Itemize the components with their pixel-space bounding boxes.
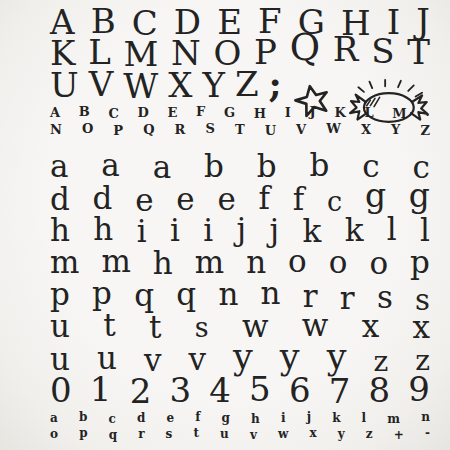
stamp-glyph-5: 5	[249, 374, 271, 405]
stamp-glyph-b: b	[204, 151, 224, 182]
stamp-glyph-N: N	[171, 38, 201, 68]
stamp-glyph-P: P	[254, 37, 277, 67]
stamp-glyph-i: i	[281, 410, 286, 426]
stamp-glyph-a: a	[50, 410, 58, 426]
stamp-glyph-M: M	[392, 105, 406, 122]
stamp-glyph-d: d	[137, 410, 145, 426]
stamp-glyph-U: U	[265, 122, 276, 139]
stamp-glyph-i: i	[203, 215, 213, 246]
stamp-glyph-w: w	[302, 310, 329, 341]
stamp-glyph-b: b	[257, 151, 277, 182]
stamp-glyph-r: r	[138, 426, 144, 442]
stamp-glyph-d: d	[50, 184, 70, 215]
stamp-glyph-f: f	[293, 184, 304, 215]
stamp-glyph-b: b	[79, 409, 87, 425]
stamp-glyph-J: J	[310, 103, 316, 120]
stamp-glyph-y: y	[280, 342, 300, 373]
stamp-glyph-u: u	[220, 426, 229, 442]
stamp-glyph-V: V	[89, 69, 114, 99]
stamp-glyph-A: A	[50, 104, 60, 121]
stamp-glyph-e: e	[166, 410, 174, 426]
stamp-glyph-W: W	[123, 71, 158, 101]
stamp-glyph-s: s	[166, 426, 173, 442]
stamp-glyph-d: d	[93, 183, 113, 214]
stamp-glyph-C: C	[108, 105, 118, 122]
stamp-glyph-S: S	[205, 120, 214, 137]
stamp-row-lower-small-1: abcdefghijklmn	[50, 410, 430, 426]
stamp-glyph-q: q	[109, 427, 117, 443]
stamp-glyph-e: e	[217, 184, 235, 215]
stamp-glyph-I: I	[285, 104, 291, 121]
stamp-glyph-j: j	[269, 215, 279, 246]
stamp-glyph-Q: Q	[143, 121, 154, 138]
stamp-glyph-n: n	[246, 247, 266, 278]
stamp-glyph-Z: Z	[420, 122, 430, 139]
stamp-glyph-X: X	[168, 70, 192, 100]
stamp-glyph-o: o	[329, 247, 348, 278]
stamp-glyph-D: D	[138, 104, 149, 121]
stamp-glyph-9: 9	[408, 374, 430, 405]
stamp-glyph-n: n	[218, 279, 238, 310]
stamp-glyph-W: W	[326, 120, 341, 137]
stamp-glyph-P: P	[113, 122, 123, 139]
stamp-glyph-p: p	[92, 278, 112, 309]
stamp-glyph-N: N	[50, 121, 62, 138]
stamp-glyph-l: l	[387, 214, 397, 245]
stamp-glyph-s: s	[377, 282, 393, 313]
stamp-glyph-f: f	[195, 409, 200, 425]
stamp-glyph-u: u	[50, 311, 70, 342]
stamp-glyph-6: 6	[289, 375, 311, 406]
stamp-glyph-e: e	[176, 184, 194, 215]
stamp-glyph-m: m	[387, 411, 400, 427]
stamp-glyph-m: m	[50, 247, 79, 278]
stamp-glyph-p: p	[50, 279, 70, 310]
stamp-glyph-1: 1	[90, 374, 112, 405]
stamp-glyph-j: j	[237, 214, 247, 245]
stamp-glyph-Y: Y	[202, 70, 224, 100]
stamp-glyph-E: E	[167, 104, 177, 121]
stamp-glyph-v: v	[189, 344, 207, 375]
stamp-glyph-a: a	[101, 150, 119, 181]
candy-icon-svg	[344, 78, 430, 126]
stamp-glyph-g: g	[222, 410, 230, 426]
stamp-glyph-;: ;	[269, 69, 282, 99]
stamp-glyph-U: U	[50, 70, 79, 100]
stamp-glyph-q: q	[176, 279, 196, 310]
stamp-glyph-+: +	[394, 427, 404, 443]
stamp-glyph-4: 4	[209, 375, 231, 406]
stamp-glyph-t: t	[193, 425, 199, 441]
stamp-glyph-G: G	[224, 104, 235, 121]
stamp-glyph-p: p	[410, 247, 430, 278]
stamp-glyph-Z: Z	[235, 69, 259, 99]
stamp-sheet: ABCDEFGHIJKLMNOPQRSTUVWXYZ; ABCDEFGHIJKL…	[0, 0, 450, 450]
stamp-glyph-x: x	[412, 312, 429, 343]
stamp-glyph-e: e	[135, 185, 153, 216]
stamp-glyph-g: g	[365, 180, 386, 211]
stamp-glyph-j: j	[307, 409, 311, 425]
stamp-glyph-z: z	[373, 346, 388, 377]
candy-icon	[344, 18, 430, 156]
stamp-glyph-n: n	[421, 409, 430, 425]
stamp-glyph-l: l	[362, 410, 367, 426]
stamp-glyph-o: o	[50, 426, 58, 442]
stamp-glyph-2: 2	[130, 376, 152, 407]
stamp-glyph-h: h	[50, 215, 70, 246]
stamp-glyph-h: h	[251, 411, 260, 427]
stamp-glyph-R: R	[175, 121, 186, 138]
stamp-glyph-z: z	[366, 426, 373, 442]
stamp-glyph-K: K	[50, 38, 75, 68]
stamp-glyph-o: o	[369, 248, 388, 279]
stamp-glyph-m: m	[101, 246, 130, 277]
stamp-glyph-c: c	[108, 411, 115, 427]
stamp-glyph-3: 3	[169, 375, 191, 406]
stamp-glyph-i: i	[137, 216, 147, 247]
stamp-glyph-q: q	[134, 280, 154, 311]
stamp-glyph-s: s	[195, 312, 209, 343]
stamp-row-lower-small-2: opqrstuvwxyz+-	[50, 426, 430, 442]
stamp-glyph-8: 8	[369, 375, 391, 406]
stamp-glyph-x: x	[362, 311, 379, 342]
stamp-glyph-l: l	[420, 215, 430, 246]
stamp-glyph-0: 0	[50, 375, 72, 406]
stamp-glyph-O: O	[82, 120, 93, 137]
stamp-glyph-o: o	[288, 246, 307, 277]
stamp-glyph--: -	[425, 425, 430, 441]
stamp-glyph-c: c	[327, 186, 342, 217]
stamp-glyph-p: p	[79, 425, 87, 441]
stamp-row-digits: 0123456789	[50, 375, 430, 407]
stamp-glyph-r: r	[340, 283, 355, 314]
stamp-glyph-a: a	[153, 152, 171, 183]
stamp-glyph-a: a	[50, 151, 68, 182]
stamp-glyph-T: T	[235, 121, 245, 138]
stamp-glyph-x: x	[309, 425, 316, 441]
stamp-glyph-y: y	[338, 426, 345, 442]
stamp-glyph-n: n	[261, 278, 281, 309]
stamp-glyph-L: L	[88, 37, 111, 67]
stamp-glyph-B: B	[79, 103, 90, 120]
stamp-glyph-g: g	[409, 180, 430, 211]
stamp-row-caps-3: UVWXYZ;	[50, 69, 430, 100]
stamp-glyph-t: t	[103, 310, 115, 341]
stamp-glyph-k: k	[345, 215, 364, 246]
stamp-glyph-f: f	[259, 183, 270, 214]
stamp-glyph-k: k	[332, 410, 340, 426]
stamp-glyph-F: F	[196, 103, 205, 120]
stamp-glyph-h: h	[93, 214, 113, 245]
stamp-glyph-b: b	[310, 150, 330, 181]
stamp-glyph-.: .	[425, 103, 430, 120]
stamp-glyph-H: H	[254, 105, 266, 122]
stamp-glyph-i: i	[170, 215, 180, 246]
stamp-glyph-h: h	[153, 248, 173, 279]
stamp-glyph-v: v	[250, 427, 257, 443]
stamp-glyph-7: 7	[329, 376, 351, 407]
stamp-glyph-t: t	[149, 312, 161, 343]
stamp-glyph-w: w	[278, 426, 288, 442]
stamp-glyph-y: y	[327, 342, 347, 373]
stamp-rows: ABCDEFGHIJKLMNOPQRSTUVWXYZ; ABCDEFGHIJKL…	[50, 7, 430, 442]
stamp-glyph-m: m	[195, 247, 224, 278]
stamp-glyph-M: M	[123, 39, 158, 69]
